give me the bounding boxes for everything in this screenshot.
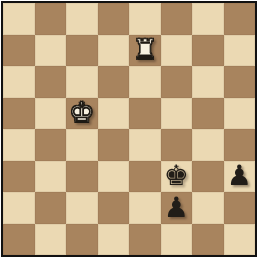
white-king: ♚	[69, 99, 94, 127]
square-a1[interactable]	[3, 224, 35, 256]
square-e1[interactable]	[129, 224, 161, 256]
black-king: ♚	[164, 162, 189, 190]
square-b7[interactable]	[35, 35, 67, 67]
square-f8[interactable]	[161, 3, 193, 35]
square-f4[interactable]	[161, 129, 193, 161]
square-c2[interactable]	[66, 192, 98, 224]
square-d8[interactable]	[98, 3, 130, 35]
square-f1[interactable]	[161, 224, 193, 256]
square-f3[interactable]: ♚	[161, 161, 193, 193]
square-c5[interactable]: ♚	[66, 98, 98, 130]
square-a8[interactable]	[3, 3, 35, 35]
square-a2[interactable]	[3, 192, 35, 224]
square-d6[interactable]	[98, 66, 130, 98]
square-h6[interactable]	[224, 66, 256, 98]
square-c1[interactable]	[66, 224, 98, 256]
square-d5[interactable]	[98, 98, 130, 130]
square-e8[interactable]	[129, 3, 161, 35]
square-a3[interactable]	[3, 161, 35, 193]
square-g8[interactable]	[192, 3, 224, 35]
square-h7[interactable]	[224, 35, 256, 67]
square-h5[interactable]	[224, 98, 256, 130]
square-b8[interactable]	[35, 3, 67, 35]
square-a4[interactable]	[3, 129, 35, 161]
square-b2[interactable]	[35, 192, 67, 224]
square-e4[interactable]	[129, 129, 161, 161]
square-d4[interactable]	[98, 129, 130, 161]
square-g4[interactable]	[192, 129, 224, 161]
square-g7[interactable]	[192, 35, 224, 67]
square-h8[interactable]	[224, 3, 256, 35]
square-f2[interactable]: ♟	[161, 192, 193, 224]
chess-diagram: ♜♚♚♟♟	[0, 0, 258, 258]
square-c8[interactable]	[66, 3, 98, 35]
square-c7[interactable]	[66, 35, 98, 67]
square-c4[interactable]	[66, 129, 98, 161]
square-h1[interactable]	[224, 224, 256, 256]
square-d7[interactable]	[98, 35, 130, 67]
square-g1[interactable]	[192, 224, 224, 256]
white-rook: ♜	[132, 36, 157, 64]
chess-board: ♜♚♚♟♟	[1, 1, 257, 257]
square-e3[interactable]	[129, 161, 161, 193]
black-pawn: ♟	[164, 194, 189, 222]
square-e6[interactable]	[129, 66, 161, 98]
square-g3[interactable]	[192, 161, 224, 193]
square-f6[interactable]	[161, 66, 193, 98]
square-b4[interactable]	[35, 129, 67, 161]
square-g2[interactable]	[192, 192, 224, 224]
square-d3[interactable]	[98, 161, 130, 193]
square-f7[interactable]	[161, 35, 193, 67]
black-pawn: ♟	[227, 162, 252, 190]
square-c3[interactable]	[66, 161, 98, 193]
square-c6[interactable]	[66, 66, 98, 98]
square-h2[interactable]	[224, 192, 256, 224]
square-d1[interactable]	[98, 224, 130, 256]
square-a5[interactable]	[3, 98, 35, 130]
square-e2[interactable]	[129, 192, 161, 224]
square-a7[interactable]	[3, 35, 35, 67]
square-e7[interactable]: ♜	[129, 35, 161, 67]
square-b3[interactable]	[35, 161, 67, 193]
square-f5[interactable]	[161, 98, 193, 130]
square-b6[interactable]	[35, 66, 67, 98]
square-h3[interactable]: ♟	[224, 161, 256, 193]
square-g5[interactable]	[192, 98, 224, 130]
square-e5[interactable]	[129, 98, 161, 130]
square-b1[interactable]	[35, 224, 67, 256]
square-a6[interactable]	[3, 66, 35, 98]
square-h4[interactable]	[224, 129, 256, 161]
square-b5[interactable]	[35, 98, 67, 130]
square-g6[interactable]	[192, 66, 224, 98]
square-d2[interactable]	[98, 192, 130, 224]
